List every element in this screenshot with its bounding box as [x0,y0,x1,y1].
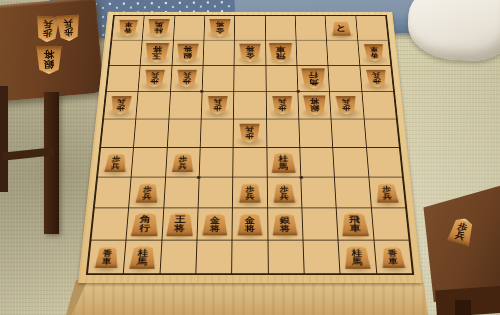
shogi-board: 香車桂馬金将と玉将銀将金将飛車香車歩兵歩兵角行歩兵歩兵歩兵歩兵銀将歩兵歩兵歩兵歩… [78,12,422,283]
piece-king-gote[interactable]: 玉将 [144,43,169,62]
board-grid: 香車桂馬金将と玉将銀将金将飛車香車歩兵歩兵角行歩兵歩兵歩兵歩兵銀将歩兵歩兵歩兵歩… [86,15,414,275]
square-8c[interactable]: 歩兵 [139,66,172,92]
square-8g[interactable]: 歩兵 [129,177,164,207]
square-3f[interactable] [300,148,334,177]
piece-lance-gote[interactable]: 香車 [363,44,384,61]
piece-pawn-sente[interactable]: 歩兵 [273,182,295,203]
square-4g[interactable]: 歩兵 [267,177,301,207]
piece-silver-gote[interactable]: 銀将 [176,44,199,62]
square-8a[interactable]: 桂馬 [143,16,174,40]
square-4i[interactable] [268,241,303,274]
square-5f[interactable] [234,148,267,177]
square-7b[interactable]: 銀将 [172,40,203,65]
square-3d[interactable]: 銀将 [298,92,331,119]
square-3g[interactable] [301,177,336,207]
piece-silver-sente[interactable]: 銀将 [272,212,298,235]
piece-gold-sente[interactable]: 金将 [202,212,228,235]
square-1b[interactable]: 香車 [358,40,390,65]
square-8d[interactable] [137,92,170,119]
square-7c[interactable]: 歩兵 [171,66,203,92]
square-1a[interactable] [356,16,388,40]
square-2i[interactable]: 桂馬 [339,241,376,274]
square-1g[interactable]: 歩兵 [369,177,405,207]
square-5b[interactable]: 金将 [235,40,265,65]
square-9h[interactable] [91,208,128,239]
square-1i[interactable]: 香車 [374,241,412,274]
square-4d[interactable]: 歩兵 [266,92,298,119]
square-4c[interactable] [266,66,297,92]
piece-king-sente[interactable]: 王将 [166,212,194,237]
square-7h[interactable]: 王将 [162,208,197,239]
square-6d[interactable]: 歩兵 [202,92,234,119]
square-6e[interactable] [201,119,234,147]
piece-knight-sente[interactable]: 桂馬 [271,152,295,173]
piece-pawn-gote[interactable]: 歩兵 [366,70,388,88]
piece-silver-gote[interactable]: 銀将 [303,95,327,115]
piece-pawn-gote[interactable]: 歩兵 [336,96,358,114]
square-8f[interactable] [132,148,167,177]
square-7g[interactable] [164,177,199,207]
square-1e[interactable] [364,119,399,147]
square-3b[interactable] [296,40,327,65]
square-5e[interactable]: 歩兵 [234,119,266,147]
square-3i[interactable] [303,241,339,274]
piece-rook-gote[interactable]: 飛車 [269,43,293,62]
square-1f[interactable] [367,148,402,177]
piece-bishop-gote[interactable]: 角行 [301,68,326,88]
square-8h[interactable]: 角行 [127,208,163,239]
piece-knight-sente[interactable]: 桂馬 [344,245,371,269]
gote-hand-piece-silver[interactable]: 銀将 [36,46,62,74]
square-9a[interactable]: 香車 [112,16,144,40]
piece-pawn-sente[interactable]: 歩兵 [136,182,159,203]
square-8b[interactable]: 玉将 [141,40,173,65]
square-3e[interactable] [299,119,332,147]
square-9f[interactable]: 歩兵 [98,148,133,177]
square-3c[interactable]: 角行 [297,66,329,92]
square-2a[interactable]: と [326,16,357,40]
square-3h[interactable] [302,208,337,239]
piece-silver-gote[interactable]: 銀将 [36,46,62,74]
piece-gold-gote[interactable]: 金将 [208,19,230,36]
square-5d[interactable] [234,92,266,119]
square-2h[interactable]: 飛車 [337,208,373,239]
square-2e[interactable] [332,119,366,147]
piece-pawn-gote[interactable]: 歩兵 [207,96,228,114]
piece-knight-gote[interactable]: 桂馬 [147,19,170,36]
square-1d[interactable] [362,92,396,119]
square-8i[interactable]: 桂馬 [124,241,161,274]
piece-pawn-gote[interactable]: 歩兵 [110,96,132,114]
square-1h[interactable] [372,208,409,239]
piece-pawn-gote[interactable]: 歩兵 [56,14,81,42]
piece-bishop-sente[interactable]: 角行 [131,212,160,237]
piece-pawn-gote[interactable]: 歩兵 [145,70,166,88]
square-7i[interactable] [160,241,196,274]
square-4h[interactable]: 銀将 [268,208,303,239]
piece-pawn-sente[interactable]: 歩兵 [239,182,261,203]
piece-tokin-sente[interactable]: と [332,20,352,36]
square-6b[interactable] [203,40,234,65]
square-2b[interactable] [327,40,359,65]
piece-pawn-sente[interactable]: 歩兵 [172,152,194,172]
square-6h[interactable]: 金将 [197,208,232,239]
square-9c[interactable] [107,66,140,92]
square-4b[interactable]: 飛車 [266,40,297,65]
white-futon-blanket [406,0,500,63]
piece-gold-gote[interactable]: 金将 [239,44,261,62]
square-9g[interactable] [95,177,131,207]
square-1c[interactable]: 歩兵 [360,66,393,92]
square-7e[interactable] [167,119,200,147]
square-2f[interactable] [333,148,368,177]
board-front-face [72,282,428,315]
piece-gold-sente[interactable]: 金将 [237,212,262,235]
piece-pawn-gote[interactable]: 歩兵 [240,124,261,143]
square-7d[interactable] [169,92,202,119]
piece-lance-sente[interactable]: 香車 [95,246,120,268]
square-7f[interactable]: 歩兵 [166,148,200,177]
piece-rook-sente[interactable]: 飛車 [341,212,370,237]
piece-knight-sente[interactable]: 桂馬 [129,245,156,269]
piece-pawn-sente[interactable]: 歩兵 [104,152,127,172]
square-3a[interactable] [296,16,327,40]
square-2c[interactable] [329,66,362,92]
square-4a[interactable] [265,16,295,40]
square-6i[interactable] [196,241,232,274]
square-6a[interactable]: 金将 [204,16,234,40]
gote-hand-piece-pawn[interactable]: 歩兵 [56,14,81,42]
right-stand-leg [455,300,471,315]
square-5a[interactable] [235,16,265,40]
square-2d[interactable]: 歩兵 [330,92,363,119]
square-9e[interactable] [101,119,136,147]
piece-pawn-sente[interactable]: 歩兵 [375,182,399,203]
square-2g[interactable] [335,177,370,207]
square-6g[interactable] [199,177,233,207]
square-8e[interactable] [134,119,168,147]
square-6c[interactable] [203,66,234,92]
shogi-scene: 香車桂馬金将と玉将銀将金将飛車香車歩兵歩兵角行歩兵歩兵歩兵歩兵銀将歩兵歩兵歩兵歩… [0,0,500,315]
hoshi-dot [296,90,300,93]
piece-lance-sente[interactable]: 香車 [381,246,406,268]
square-5i[interactable] [232,241,267,274]
square-9b[interactable] [110,40,142,65]
square-4f[interactable]: 桂馬 [267,148,300,177]
square-5h[interactable]: 金将 [233,208,267,239]
square-7a[interactable] [174,16,205,40]
piece-pawn-gote[interactable]: 歩兵 [272,96,293,114]
piece-pawn-gote[interactable]: 歩兵 [176,70,197,88]
left-stand-leg [0,86,8,192]
square-6f[interactable] [200,148,233,177]
square-9i[interactable]: 香車 [88,241,126,274]
square-4e[interactable] [267,119,300,147]
hoshi-dot [299,176,303,179]
square-5c[interactable] [234,66,265,92]
left-stand-leg [44,92,59,234]
piece-lance-gote[interactable]: 香車 [118,20,139,36]
square-5g[interactable]: 歩兵 [233,177,267,207]
square-9d[interactable]: 歩兵 [104,92,138,119]
